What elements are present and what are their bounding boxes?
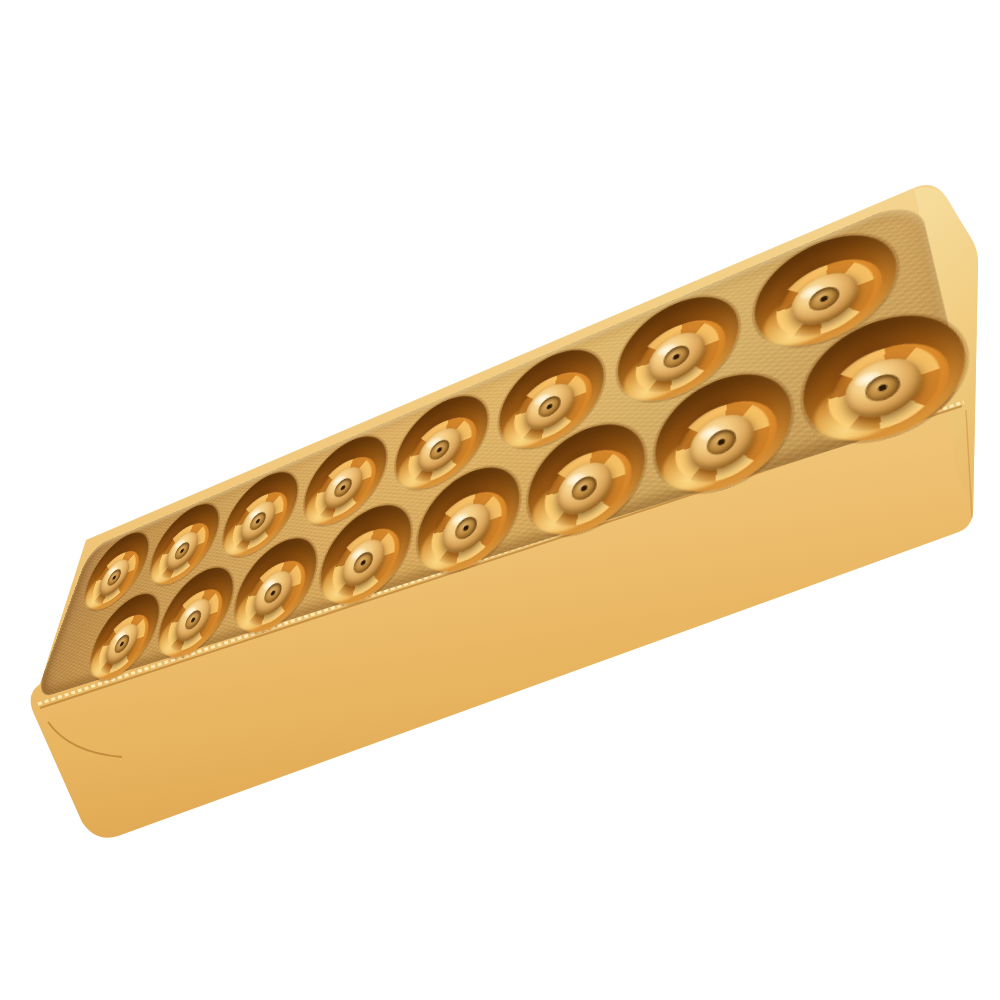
pin-center-bore — [706, 426, 736, 459]
pin-center-bore — [262, 581, 283, 606]
pin-center-bore — [428, 437, 450, 463]
pin-center-bore — [105, 568, 123, 589]
pin-center-bore — [112, 633, 131, 655]
pin-center-bore — [183, 609, 203, 633]
pin-center-bore — [663, 342, 689, 372]
pin-center-bore — [808, 283, 841, 315]
pin-center-bore — [864, 370, 903, 406]
pin-center-bore — [352, 550, 375, 577]
pin-center-bore — [333, 476, 354, 500]
pin-center-bore — [571, 473, 597, 503]
pin-contact — [338, 534, 388, 592]
pin-center-bore — [173, 540, 192, 562]
pin-center-bore — [454, 514, 478, 542]
board-photo — [0, 0, 1000, 1000]
pin-center-bore — [248, 510, 268, 533]
pin-center-bore — [538, 393, 562, 421]
